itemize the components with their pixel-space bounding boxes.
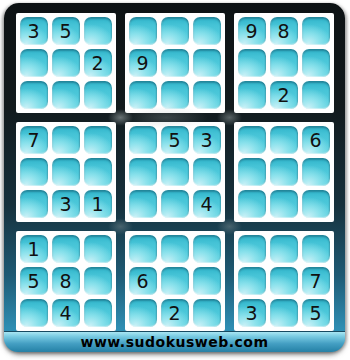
footer-bar: www.sudokusweb.com [4,331,345,352]
cell-r8c9[interactable]: 7 [302,267,330,295]
cell-r2c2[interactable] [52,49,80,77]
cell-r1c4[interactable] [129,17,157,45]
cell-r1c8[interactable]: 8 [270,17,298,45]
cell-r4c7[interactable] [238,126,266,154]
cell-r1c7[interactable]: 9 [238,17,266,45]
cell-r5c8[interactable] [270,158,298,186]
cell-r2c5[interactable] [161,49,189,77]
cell-r3c2[interactable] [52,81,80,109]
cell-r9c8[interactable] [270,299,298,327]
cell-r9c2[interactable]: 4 [52,299,80,327]
cell-r6c6[interactable]: 4 [193,190,221,218]
cell-r6c2[interactable]: 3 [52,190,80,218]
page: 35299827315346158462735 www.sudokusweb.c… [0,0,350,360]
cell-r1c6[interactable] [193,17,221,45]
box-1-2: 9 [125,13,225,113]
cell-r6c7[interactable] [238,190,266,218]
cell-r1c5[interactable] [161,17,189,45]
cell-r2c8[interactable] [270,49,298,77]
cell-r9c5[interactable]: 2 [161,299,189,327]
cell-r9c9[interactable]: 5 [302,299,330,327]
cell-r6c5[interactable] [161,190,189,218]
cell-r7c1[interactable]: 1 [20,235,48,263]
box-2-2: 534 [125,122,225,222]
cell-r8c7[interactable] [238,267,266,295]
cell-r5c9[interactable] [302,158,330,186]
cell-r6c9[interactable] [302,190,330,218]
cell-r1c3[interactable] [84,17,112,45]
cell-r4c1[interactable]: 7 [20,126,48,154]
cell-r7c4[interactable] [129,235,157,263]
cell-r1c2[interactable]: 5 [52,17,80,45]
box-3-3: 735 [234,231,334,331]
cell-r7c6[interactable] [193,235,221,263]
cell-r3c6[interactable] [193,81,221,109]
cell-r6c1[interactable] [20,190,48,218]
cell-r6c3[interactable]: 1 [84,190,112,218]
cell-r7c5[interactable] [161,235,189,263]
cell-r8c3[interactable] [84,267,112,295]
cell-r5c5[interactable] [161,158,189,186]
cell-r3c9[interactable] [302,81,330,109]
cell-r1c1[interactable]: 3 [20,17,48,45]
cell-r4c3[interactable] [84,126,112,154]
cell-r4c8[interactable] [270,126,298,154]
cell-r9c3[interactable] [84,299,112,327]
board-frame: 35299827315346158462735 [5,3,345,331]
cell-r5c4[interactable] [129,158,157,186]
cell-r7c2[interactable] [52,235,80,263]
cell-r8c2[interactable]: 8 [52,267,80,295]
cell-r3c3[interactable] [84,81,112,109]
cell-r2c3[interactable]: 2 [84,49,112,77]
cell-r8c5[interactable] [161,267,189,295]
cell-r6c8[interactable] [270,190,298,218]
cell-r4c9[interactable]: 6 [302,126,330,154]
cell-r5c2[interactable] [52,158,80,186]
box-1-1: 352 [16,13,116,113]
cell-r5c6[interactable] [193,158,221,186]
cell-r7c7[interactable] [238,235,266,263]
box-2-1: 731 [16,122,116,222]
cell-r3c5[interactable] [161,81,189,109]
box-2-3: 6 [234,122,334,222]
cell-r2c6[interactable] [193,49,221,77]
cell-r5c7[interactable] [238,158,266,186]
cell-r2c4[interactable]: 9 [129,49,157,77]
cell-r2c7[interactable] [238,49,266,77]
cell-r4c4[interactable] [129,126,157,154]
cell-r2c1[interactable] [20,49,48,77]
cell-r9c1[interactable] [20,299,48,327]
cell-r6c4[interactable] [129,190,157,218]
sudoku-widget: 35299827315346158462735 www.sudokusweb.c… [4,3,345,352]
cell-r7c3[interactable] [84,235,112,263]
cell-r5c3[interactable] [84,158,112,186]
cell-r5c1[interactable] [20,158,48,186]
cell-r9c7[interactable]: 3 [238,299,266,327]
footer-url[interactable]: www.sudokusweb.com [80,334,268,350]
cell-r1c9[interactable] [302,17,330,45]
cell-r4c5[interactable]: 5 [161,126,189,154]
cell-r4c2[interactable] [52,126,80,154]
cell-r8c8[interactable] [270,267,298,295]
cell-r2c9[interactable] [302,49,330,77]
cell-r9c6[interactable] [193,299,221,327]
cell-r3c4[interactable] [129,81,157,109]
cell-r7c9[interactable] [302,235,330,263]
box-1-3: 982 [234,13,334,113]
cell-r9c4[interactable] [129,299,157,327]
cell-r3c8[interactable]: 2 [270,81,298,109]
cell-r8c1[interactable]: 5 [20,267,48,295]
cell-r8c6[interactable] [193,267,221,295]
cell-r3c7[interactable] [238,81,266,109]
cell-r4c6[interactable]: 3 [193,126,221,154]
cell-r8c4[interactable]: 6 [129,267,157,295]
box-3-2: 62 [125,231,225,331]
cell-r3c1[interactable] [20,81,48,109]
cell-r7c8[interactable] [270,235,298,263]
box-3-1: 1584 [16,231,116,331]
sudoku-grid: 35299827315346158462735 [16,13,334,331]
